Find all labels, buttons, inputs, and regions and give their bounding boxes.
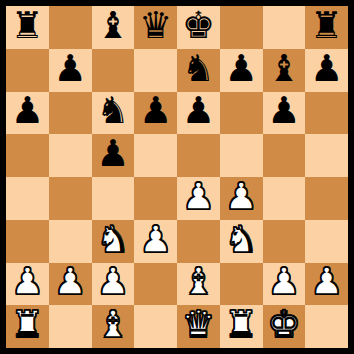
square-e4[interactable]: ♟ (177, 177, 220, 220)
square-d3[interactable]: ♟ (134, 220, 177, 263)
black-rook-a8[interactable]: ♜ (11, 7, 44, 44)
white-pawn-c2[interactable]: ♟ (96, 263, 129, 300)
white-pawn-h2[interactable]: ♟ (310, 263, 343, 300)
square-f6[interactable] (220, 92, 263, 135)
square-h6[interactable] (305, 92, 348, 135)
square-f8[interactable] (220, 6, 263, 49)
white-rook-a1[interactable]: ♜ (11, 306, 44, 343)
square-b7[interactable]: ♟ (49, 49, 92, 92)
square-d1[interactable] (134, 305, 177, 348)
white-pawn-e4[interactable]: ♟ (182, 178, 215, 215)
black-pawn-c5[interactable]: ♟ (96, 135, 129, 172)
black-king-e8[interactable]: ♚ (182, 7, 215, 44)
square-d6[interactable]: ♟ (134, 92, 177, 135)
square-e2[interactable]: ♝ (177, 263, 220, 306)
square-b1[interactable] (49, 305, 92, 348)
square-g3[interactable] (263, 220, 306, 263)
square-g1[interactable]: ♚ (263, 305, 306, 348)
square-e6[interactable]: ♟ (177, 92, 220, 135)
black-pawn-e6[interactable]: ♟ (182, 92, 215, 129)
square-c8[interactable]: ♝ (92, 6, 135, 49)
black-bishop-c8[interactable]: ♝ (96, 7, 129, 44)
square-c6[interactable]: ♞ (92, 92, 135, 135)
black-pawn-d6[interactable]: ♟ (139, 92, 172, 129)
white-pawn-a2[interactable]: ♟ (11, 263, 44, 300)
square-b2[interactable]: ♟ (49, 263, 92, 306)
chess-board: ♜♝♛♚♜♟♞♟♝♟♟♞♟♟♟♟♟♟♞♟♞♟♟♟♝♟♟♜♝♛♜♚ (6, 6, 348, 348)
square-f3[interactable]: ♞ (220, 220, 263, 263)
square-f7[interactable]: ♟ (220, 49, 263, 92)
square-h8[interactable]: ♜ (305, 6, 348, 49)
white-queen-e1[interactable]: ♛ (182, 306, 215, 343)
square-e7[interactable]: ♞ (177, 49, 220, 92)
square-a3[interactable] (6, 220, 49, 263)
black-knight-c6[interactable]: ♞ (96, 92, 129, 129)
white-bishop-c1[interactable]: ♝ (96, 306, 129, 343)
square-d7[interactable] (134, 49, 177, 92)
square-c5[interactable]: ♟ (92, 134, 135, 177)
square-a5[interactable] (6, 134, 49, 177)
square-c1[interactable]: ♝ (92, 305, 135, 348)
square-g7[interactable]: ♝ (263, 49, 306, 92)
square-c3[interactable]: ♞ (92, 220, 135, 263)
square-f5[interactable] (220, 134, 263, 177)
black-pawn-a6[interactable]: ♟ (11, 92, 44, 129)
black-bishop-g7[interactable]: ♝ (267, 50, 300, 87)
square-h1[interactable] (305, 305, 348, 348)
square-h3[interactable] (305, 220, 348, 263)
square-a1[interactable]: ♜ (6, 305, 49, 348)
white-pawn-d3[interactable]: ♟ (139, 221, 172, 258)
square-h5[interactable] (305, 134, 348, 177)
square-d4[interactable] (134, 177, 177, 220)
square-a8[interactable]: ♜ (6, 6, 49, 49)
square-g8[interactable] (263, 6, 306, 49)
black-rook-h8[interactable]: ♜ (310, 7, 343, 44)
white-knight-f3[interactable]: ♞ (225, 221, 258, 258)
square-e8[interactable]: ♚ (177, 6, 220, 49)
square-a6[interactable]: ♟ (6, 92, 49, 135)
square-h2[interactable]: ♟ (305, 263, 348, 306)
black-pawn-b7[interactable]: ♟ (54, 50, 87, 87)
square-g2[interactable]: ♟ (263, 263, 306, 306)
white-pawn-f4[interactable]: ♟ (225, 178, 258, 215)
square-b4[interactable] (49, 177, 92, 220)
square-c4[interactable] (92, 177, 135, 220)
black-queen-d8[interactable]: ♛ (139, 7, 172, 44)
square-e5[interactable] (177, 134, 220, 177)
square-c7[interactable] (92, 49, 135, 92)
square-d8[interactable]: ♛ (134, 6, 177, 49)
square-f4[interactable]: ♟ (220, 177, 263, 220)
black-pawn-f7[interactable]: ♟ (225, 50, 258, 87)
square-g6[interactable]: ♟ (263, 92, 306, 135)
square-a2[interactable]: ♟ (6, 263, 49, 306)
square-a4[interactable] (6, 177, 49, 220)
square-c2[interactable]: ♟ (92, 263, 135, 306)
square-b3[interactable] (49, 220, 92, 263)
square-a7[interactable] (6, 49, 49, 92)
white-king-g1[interactable]: ♚ (267, 306, 300, 343)
square-h4[interactable] (305, 177, 348, 220)
black-knight-e7[interactable]: ♞ (182, 50, 215, 87)
square-d2[interactable] (134, 263, 177, 306)
square-e3[interactable] (177, 220, 220, 263)
black-pawn-g6[interactable]: ♟ (267, 92, 300, 129)
square-d5[interactable] (134, 134, 177, 177)
square-b5[interactable] (49, 134, 92, 177)
square-h7[interactable]: ♟ (305, 49, 348, 92)
square-f2[interactable] (220, 263, 263, 306)
chess-board-frame: ♜♝♛♚♜♟♞♟♝♟♟♞♟♟♟♟♟♟♞♟♞♟♟♟♝♟♟♜♝♛♜♚ (0, 0, 354, 354)
white-pawn-b2[interactable]: ♟ (54, 263, 87, 300)
white-rook-f1[interactable]: ♜ (225, 306, 258, 343)
white-knight-c3[interactable]: ♞ (96, 221, 129, 258)
square-e1[interactable]: ♛ (177, 305, 220, 348)
white-bishop-e2[interactable]: ♝ (182, 263, 215, 300)
black-pawn-h7[interactable]: ♟ (310, 50, 343, 87)
square-g5[interactable] (263, 134, 306, 177)
square-b6[interactable] (49, 92, 92, 135)
square-f1[interactable]: ♜ (220, 305, 263, 348)
white-pawn-g2[interactable]: ♟ (267, 263, 300, 300)
square-g4[interactable] (263, 177, 306, 220)
square-b8[interactable] (49, 6, 92, 49)
